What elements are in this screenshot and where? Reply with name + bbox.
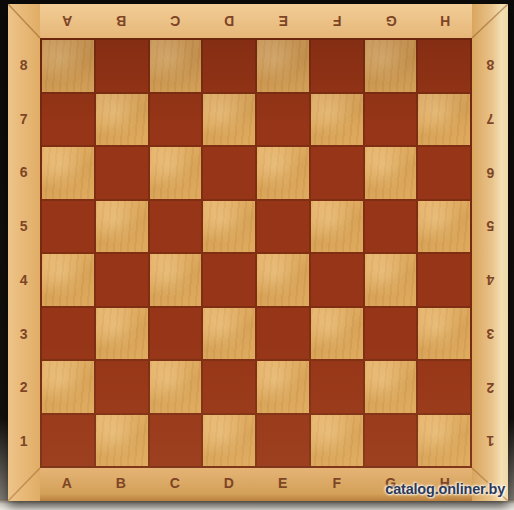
square-f7[interactable] [311, 94, 363, 146]
rank-label-left-2: 2 [8, 361, 40, 415]
square-e5[interactable] [257, 201, 309, 253]
square-g8[interactable] [365, 40, 417, 92]
square-b6[interactable] [96, 147, 148, 199]
file-label-top-d: D [202, 4, 256, 38]
square-e1[interactable] [257, 415, 309, 467]
rank-labels-right: 87654321 [472, 38, 508, 468]
square-h1[interactable] [418, 415, 470, 467]
square-b2[interactable] [96, 361, 148, 413]
square-a3[interactable] [42, 308, 94, 360]
file-label-top-h: H [418, 4, 472, 38]
square-a1[interactable] [42, 415, 94, 467]
square-a7[interactable] [42, 94, 94, 146]
photo-background: ABCDEFGH ABCDEFGH 87654321 87654321 cata… [0, 0, 514, 510]
square-d5[interactable] [203, 201, 255, 253]
rank-label-left-7: 7 [8, 92, 40, 146]
square-c6[interactable] [150, 147, 202, 199]
chess-board: ABCDEFGH ABCDEFGH 87654321 87654321 [8, 4, 508, 501]
file-label-bottom-d: D [202, 468, 256, 498]
square-h5[interactable] [418, 201, 470, 253]
watermark: catalog.onliner.by [385, 481, 505, 497]
rank-label-right-7: 7 [472, 92, 508, 146]
square-c1[interactable] [150, 415, 202, 467]
square-f2[interactable] [311, 361, 363, 413]
square-c2[interactable] [150, 361, 202, 413]
rank-labels-left: 87654321 [8, 38, 40, 468]
square-h4[interactable] [418, 254, 470, 306]
file-labels-top: ABCDEFGH [40, 4, 472, 38]
square-b1[interactable] [96, 415, 148, 467]
square-d1[interactable] [203, 415, 255, 467]
file-label-bottom-f: F [310, 468, 364, 498]
square-c8[interactable] [150, 40, 202, 92]
square-g2[interactable] [365, 361, 417, 413]
rank-label-left-8: 8 [8, 38, 40, 92]
square-h7[interactable] [418, 94, 470, 146]
rank-label-right-1: 1 [472, 414, 508, 468]
square-h8[interactable] [418, 40, 470, 92]
square-e3[interactable] [257, 308, 309, 360]
square-b7[interactable] [96, 94, 148, 146]
rank-label-left-1: 1 [8, 414, 40, 468]
square-g1[interactable] [365, 415, 417, 467]
square-c3[interactable] [150, 308, 202, 360]
square-e7[interactable] [257, 94, 309, 146]
square-a4[interactable] [42, 254, 94, 306]
rank-label-left-5: 5 [8, 199, 40, 253]
file-label-top-b: B [94, 4, 148, 38]
square-c5[interactable] [150, 201, 202, 253]
square-a2[interactable] [42, 361, 94, 413]
square-f4[interactable] [311, 254, 363, 306]
square-e8[interactable] [257, 40, 309, 92]
square-c4[interactable] [150, 254, 202, 306]
rank-label-right-6: 6 [472, 146, 508, 200]
square-b3[interactable] [96, 308, 148, 360]
square-g3[interactable] [365, 308, 417, 360]
square-d7[interactable] [203, 94, 255, 146]
rank-label-right-4: 4 [472, 253, 508, 307]
square-d2[interactable] [203, 361, 255, 413]
square-a6[interactable] [42, 147, 94, 199]
file-label-bottom-c: C [148, 468, 202, 498]
square-e4[interactable] [257, 254, 309, 306]
file-label-bottom-b: B [94, 468, 148, 498]
square-d4[interactable] [203, 254, 255, 306]
square-f3[interactable] [311, 308, 363, 360]
square-h3[interactable] [418, 308, 470, 360]
square-d3[interactable] [203, 308, 255, 360]
playing-area [40, 38, 472, 468]
file-label-top-e: E [256, 4, 310, 38]
square-g5[interactable] [365, 201, 417, 253]
square-e6[interactable] [257, 147, 309, 199]
square-c7[interactable] [150, 94, 202, 146]
square-f5[interactable] [311, 201, 363, 253]
square-b5[interactable] [96, 201, 148, 253]
square-h6[interactable] [418, 147, 470, 199]
square-g7[interactable] [365, 94, 417, 146]
square-f1[interactable] [311, 415, 363, 467]
rank-label-right-5: 5 [472, 199, 508, 253]
file-label-top-g: G [364, 4, 418, 38]
square-b8[interactable] [96, 40, 148, 92]
square-a8[interactable] [42, 40, 94, 92]
rank-label-right-2: 2 [472, 361, 508, 415]
file-label-bottom-e: E [256, 468, 310, 498]
square-d6[interactable] [203, 147, 255, 199]
square-f6[interactable] [311, 147, 363, 199]
square-d8[interactable] [203, 40, 255, 92]
file-label-top-f: F [310, 4, 364, 38]
rank-label-right-8: 8 [472, 38, 508, 92]
square-a5[interactable] [42, 201, 94, 253]
file-label-top-c: C [148, 4, 202, 38]
rank-label-right-3: 3 [472, 307, 508, 361]
square-h2[interactable] [418, 361, 470, 413]
square-b4[interactable] [96, 254, 148, 306]
file-label-top-a: A [40, 4, 94, 38]
rank-label-left-3: 3 [8, 307, 40, 361]
square-f8[interactable] [311, 40, 363, 92]
file-label-bottom-a: A [40, 468, 94, 498]
square-g6[interactable] [365, 147, 417, 199]
rank-label-left-4: 4 [8, 253, 40, 307]
square-e2[interactable] [257, 361, 309, 413]
square-g4[interactable] [365, 254, 417, 306]
rank-label-left-6: 6 [8, 146, 40, 200]
